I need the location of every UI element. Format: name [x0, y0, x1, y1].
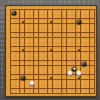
coordinate-label-row: 13 [0, 35, 4, 38]
black-stone-pd[interactable] [77, 20, 82, 25]
coordinate-label-row: 5 [1, 72, 3, 75]
coordinate-label-col: H [41, 1, 43, 4]
star-point [50, 21, 52, 23]
coordinate-label-row: 14 [0, 30, 4, 33]
coordinate-label-row: 9 [1, 53, 3, 56]
coordinate-label-row: 4 [1, 77, 3, 80]
coordinate-label-row: 19 [0, 7, 4, 10]
coordinate-label-col: G [36, 1, 38, 4]
black-stone-bb[interactable] [11, 10, 16, 15]
last-move-marker [74, 68, 76, 70]
coordinate-label-row: 11 [0, 44, 4, 47]
coordinate-label-col: F [31, 1, 33, 4]
coordinate-label-col: L [55, 1, 57, 4]
coordinate-label-col: E [27, 1, 29, 4]
coordinate-label-col: K [50, 1, 52, 4]
black-stone-dp[interactable] [21, 76, 26, 81]
star-point [22, 21, 24, 23]
coordinate-label-col: S [87, 1, 89, 4]
coordinate-label-col: O [69, 1, 71, 4]
white-stone-fq[interactable] [30, 80, 35, 85]
coordinate-label-col: J [46, 1, 47, 4]
coordinate-label-col: T [92, 1, 94, 4]
star-point [50, 77, 52, 79]
white-stone-no[interactable] [67, 71, 72, 76]
coordinate-label-row: 15 [0, 25, 4, 28]
star-point [78, 77, 80, 79]
coordinate-label-row: 2 [1, 86, 3, 89]
black-stone-qm[interactable] [81, 62, 86, 67]
coordinate-label-row: 7 [1, 63, 3, 66]
coordinate-label-col: P [73, 1, 75, 4]
coordinate-label-col: M [59, 1, 62, 4]
coordinate-label-col: R [83, 1, 85, 4]
coordinate-label-row: 12 [0, 39, 4, 42]
coordinate-label-row: 10 [0, 49, 4, 52]
coordinate-label-row: 1 [1, 91, 3, 94]
coordinate-label-col: A [8, 1, 10, 4]
screenshot-stage: ABCDEFGHJKLMNOPQRST191817161514131211109… [0, 0, 100, 100]
white-stone-po[interactable] [77, 71, 82, 76]
black-stone-on[interactable] [72, 66, 77, 71]
coordinate-label-row: 8 [1, 58, 3, 61]
coordinate-label-col: C [17, 1, 19, 4]
coordinate-label-col: D [22, 1, 24, 4]
coordinate-label-col: B [13, 1, 15, 4]
star-point [22, 49, 24, 51]
coordinate-label-row: 3 [1, 81, 3, 84]
coordinate-label-col: N [64, 1, 66, 4]
coordinate-label-row: 16 [0, 21, 4, 24]
coordinate-label-row: 18 [0, 11, 4, 14]
star-point [78, 49, 80, 51]
coordinate-label-row: 17 [0, 16, 4, 19]
star-point [50, 49, 52, 51]
coordinate-label-col: Q [78, 1, 80, 4]
coordinate-label-row: 6 [1, 67, 3, 70]
